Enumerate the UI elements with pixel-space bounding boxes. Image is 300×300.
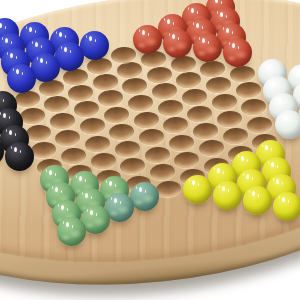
marble-highlight	[3, 113, 6, 118]
marble-highlight	[191, 8, 194, 13]
hole[interactable]	[60, 146, 87, 165]
hole[interactable]	[114, 140, 141, 159]
hole[interactable]	[25, 124, 52, 143]
marble-highlight	[5, 38, 8, 43]
marble-highlight	[192, 180, 195, 185]
marble-highlight	[172, 34, 175, 39]
marble-red[interactable]	[133, 25, 162, 54]
marble-red[interactable]	[193, 33, 222, 62]
marble-highlight	[217, 168, 220, 173]
hole[interactable]	[109, 123, 136, 142]
marble-highlight	[278, 98, 281, 103]
hole[interactable]	[157, 99, 184, 118]
hole[interactable]	[162, 116, 189, 135]
marble-highlight	[265, 145, 268, 150]
marble-blue[interactable]	[7, 64, 36, 93]
hole[interactable]	[235, 81, 262, 100]
marble-highlight	[14, 147, 17, 152]
board-cells-layer	[0, 0, 300, 300]
hole[interactable]	[97, 89, 124, 108]
hole[interactable]	[116, 61, 143, 80]
marble-highlight	[276, 179, 279, 184]
marble-highlight	[252, 191, 255, 196]
hole[interactable]	[122, 77, 149, 96]
marble-highlight	[66, 222, 69, 227]
marble-highlight	[167, 19, 170, 24]
chinese-checkers-board	[0, 0, 300, 300]
marble-yellow[interactable]	[273, 192, 300, 221]
hole[interactable]	[187, 104, 214, 123]
hole[interactable]	[84, 134, 111, 153]
marble-highlight	[220, 12, 223, 17]
marble-highlight	[282, 197, 285, 202]
marble-highlight	[61, 205, 64, 210]
marble-highlight	[271, 162, 274, 167]
hole[interactable]	[19, 106, 46, 125]
hole[interactable]	[55, 129, 82, 148]
marble-highlight	[232, 43, 235, 48]
hole[interactable]	[49, 112, 76, 131]
marble-yellow[interactable]	[243, 186, 272, 215]
marble-highlight	[79, 176, 82, 181]
hole[interactable]	[120, 157, 147, 176]
hole[interactable]	[240, 98, 267, 117]
marble-highlight	[202, 38, 205, 43]
hole[interactable]	[31, 141, 58, 160]
hole[interactable]	[175, 71, 202, 90]
marble-highlight	[272, 81, 275, 86]
marble-highlight	[0, 23, 2, 28]
hole[interactable]	[146, 66, 173, 85]
hole[interactable]	[127, 94, 154, 113]
hole[interactable]	[200, 59, 227, 78]
hole[interactable]	[103, 105, 130, 124]
marble-highlight	[142, 30, 145, 35]
marble-highlight	[139, 187, 142, 192]
marble-highlight	[59, 32, 62, 37]
hole[interactable]	[90, 152, 117, 171]
marble-highlight	[55, 187, 58, 192]
marble-yellow[interactable]	[213, 181, 242, 210]
hole[interactable]	[211, 93, 238, 112]
hole[interactable]	[44, 95, 71, 114]
hole[interactable]	[229, 64, 256, 83]
marble-red[interactable]	[223, 38, 252, 67]
marble-highlight	[114, 198, 117, 203]
hole[interactable]	[198, 139, 225, 158]
hole[interactable]	[92, 72, 119, 91]
marble-highlight	[9, 130, 12, 135]
hole[interactable]	[79, 117, 106, 136]
marble-highlight	[35, 42, 38, 47]
marble-highlight	[109, 181, 112, 186]
hole[interactable]	[133, 111, 160, 130]
hole[interactable]	[181, 87, 208, 106]
marble-highlight	[64, 47, 67, 52]
hole[interactable]	[168, 133, 195, 152]
hole[interactable]	[174, 151, 201, 170]
marble-red[interactable]	[163, 29, 192, 58]
hole[interactable]	[222, 127, 249, 146]
hole[interactable]	[73, 100, 100, 119]
hole[interactable]	[144, 145, 171, 164]
hole[interactable]	[149, 163, 176, 182]
hole[interactable]	[192, 122, 219, 141]
hole[interactable]	[14, 90, 41, 109]
marble-highlight	[215, 0, 218, 3]
marble-highlight	[267, 64, 270, 69]
marble-highlight	[89, 36, 92, 41]
hole[interactable]	[246, 115, 273, 134]
marble-highlight	[29, 27, 32, 32]
marble-highlight	[49, 170, 52, 175]
hole[interactable]	[155, 180, 182, 199]
hole[interactable]	[205, 76, 232, 95]
marble-highlight	[16, 69, 19, 74]
marble-highlight	[90, 210, 93, 215]
marble-highlight	[196, 23, 199, 28]
marble-highlight	[85, 193, 88, 198]
marble-highlight	[297, 69, 300, 74]
marble-highlight	[40, 58, 43, 63]
marble-highlight	[222, 186, 225, 191]
marble-highlight	[241, 156, 244, 161]
marble-highlight	[246, 174, 249, 179]
marble-highlight	[284, 115, 287, 120]
hole[interactable]	[68, 84, 95, 103]
marble-black[interactable]	[5, 142, 34, 171]
marble-yellow[interactable]	[183, 175, 212, 204]
hole[interactable]	[216, 110, 243, 129]
marble-highlight	[10, 53, 13, 58]
hole[interactable]	[151, 82, 178, 101]
marble-green[interactable]	[57, 217, 86, 246]
hole[interactable]	[138, 128, 165, 147]
marble-highlight	[226, 28, 229, 33]
